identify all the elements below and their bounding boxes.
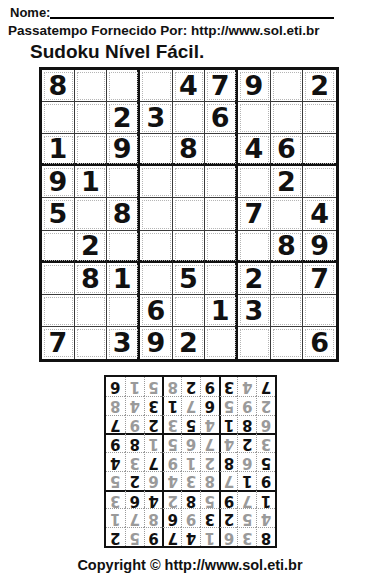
solution-cell-r1c5: 4 xyxy=(181,527,200,546)
solution-cell-r6c3: 4 xyxy=(219,433,238,452)
solution-cell-r1c6: 7 xyxy=(162,527,181,546)
puzzle-cell-r9c1[interactable]: 7 xyxy=(42,327,75,359)
solution-cell-r2c6: 6 xyxy=(162,508,181,527)
copyright-text: Copyright © http://www.sol.eti.br xyxy=(0,557,380,573)
puzzle-cell-r7c3[interactable]: 1 xyxy=(107,263,140,295)
puzzle-cell-r5c7[interactable]: 7 xyxy=(238,198,271,230)
puzzle-cell-r4c5[interactable] xyxy=(173,166,206,198)
name-label: Nome: xyxy=(10,5,50,20)
solution-cell-r2c3: 2 xyxy=(219,508,238,527)
puzzle-cell-r5c8[interactable] xyxy=(271,198,304,230)
puzzle-cell-r9c2[interactable] xyxy=(75,327,108,359)
puzzle-cell-r1c6[interactable]: 7 xyxy=(205,70,238,102)
puzzle-cell-r7c8[interactable] xyxy=(271,263,304,295)
solution-cell-r5c6: 9 xyxy=(162,452,181,471)
puzzle-cell-r1c4[interactable] xyxy=(140,70,173,102)
solution-cell-r7c1: 6 xyxy=(256,415,275,434)
solution-cell-r2c1: 4 xyxy=(256,508,275,527)
solution-cell-r7c2: 8 xyxy=(237,415,256,434)
puzzle-cell-r8c6[interactable]: 1 xyxy=(205,295,238,327)
puzzle-cell-r7c9[interactable]: 7 xyxy=(303,263,336,295)
puzzle-cell-r9c6[interactable] xyxy=(205,327,238,359)
solution-cell-r9c6: 8 xyxy=(162,377,181,396)
solution-cell-r2c8: 7 xyxy=(125,508,144,527)
puzzle-cell-r1c7[interactable]: 9 xyxy=(238,70,271,102)
solution-cell-r6c8: 8 xyxy=(125,433,144,452)
solution-cell-r8c1: 2 xyxy=(256,396,275,415)
puzzle-cell-r5c5[interactable] xyxy=(173,198,206,230)
provider-text: Passatempo Fornecido Por: http://www.sol… xyxy=(8,23,320,38)
solution-cell-r1c8: 5 xyxy=(125,527,144,546)
puzzle-cell-r3c5[interactable]: 8 xyxy=(173,134,206,166)
solution-cell-r5c8: 3 xyxy=(125,452,144,471)
solution-cell-r3c2: 7 xyxy=(237,490,256,509)
puzzle-cell-r4c9[interactable] xyxy=(303,166,336,198)
puzzle-cell-r6c8[interactable]: 8 xyxy=(271,231,304,263)
puzzle-cell-r4c1[interactable]: 9 xyxy=(42,166,75,198)
solution-cell-r7c8: 9 xyxy=(125,415,144,434)
solution-cell-r5c5: 1 xyxy=(181,452,200,471)
puzzle-cell-r4c8[interactable]: 2 xyxy=(271,166,304,198)
solution-cell-r2c9: 1 xyxy=(106,508,125,527)
puzzle-cell-r4c3[interactable] xyxy=(107,166,140,198)
solution-cell-r7c9: 7 xyxy=(106,415,125,434)
solution-cell-r6c2: 2 xyxy=(237,433,256,452)
solution-cell-r4c9: 5 xyxy=(106,471,125,490)
solution-cell-r4c3: 7 xyxy=(219,471,238,490)
puzzle-cell-r2c5[interactable] xyxy=(173,102,206,134)
solution-cell-r6c4: 7 xyxy=(200,433,219,452)
solution-cell-r1c2: 3 xyxy=(237,527,256,546)
solution-grid: 8361479524523968711795824639178346255682… xyxy=(104,375,277,548)
solution-cell-r2c4: 3 xyxy=(200,508,219,527)
name-row: Nome: xyxy=(10,3,334,20)
solution-cell-r8c2: 9 xyxy=(237,396,256,415)
puzzle-cell-r5c9[interactable]: 4 xyxy=(303,198,336,230)
solution-cell-r7c4: 4 xyxy=(200,415,219,434)
puzzle-cell-r2c7[interactable] xyxy=(238,102,271,134)
puzzle-cell-r1c2[interactable] xyxy=(75,70,108,102)
solution-cell-r4c2: 1 xyxy=(237,471,256,490)
solution-cell-r5c1: 5 xyxy=(256,452,275,471)
solution-cell-r4c4: 8 xyxy=(200,471,219,490)
puzzle-cell-r2c8[interactable] xyxy=(271,102,304,134)
puzzle-cell-r6c2[interactable]: 2 xyxy=(75,231,108,263)
solution-cell-r9c4: 9 xyxy=(200,377,219,396)
solution-cell-r7c5: 5 xyxy=(181,415,200,434)
solution-cell-r1c4: 1 xyxy=(200,527,219,546)
solution-cell-r8c3: 5 xyxy=(219,396,238,415)
puzzle-cell-r6c9[interactable]: 9 xyxy=(303,231,336,263)
puzzle-cell-r9c4[interactable]: 9 xyxy=(140,327,173,359)
solution-cell-r6c5: 6 xyxy=(181,433,200,452)
solution-cell-r4c6: 4 xyxy=(162,471,181,490)
puzzle-cell-r9c9[interactable]: 6 xyxy=(303,327,336,359)
page-title: Sudoku Nível Fácil. xyxy=(30,41,204,63)
solution-cell-r8c7: 3 xyxy=(144,396,163,415)
solution-cell-r9c8: 1 xyxy=(125,377,144,396)
solution-cell-r9c5: 2 xyxy=(181,377,200,396)
puzzle-cell-r9c7[interactable] xyxy=(238,327,271,359)
puzzle-cell-r5c1[interactable]: 5 xyxy=(42,198,75,230)
solution-cell-r3c6: 2 xyxy=(162,490,181,509)
puzzle-cell-r6c7[interactable] xyxy=(238,231,271,263)
solution-cell-r9c2: 4 xyxy=(237,377,256,396)
puzzle-cell-r8c3[interactable] xyxy=(107,295,140,327)
puzzle-cell-r1c5[interactable]: 4 xyxy=(173,70,206,102)
solution-cell-r3c5: 8 xyxy=(181,490,200,509)
solution-cell-r3c7: 4 xyxy=(144,490,163,509)
solution-cell-r1c1: 8 xyxy=(256,527,275,546)
puzzle-cell-r1c1[interactable]: 8 xyxy=(42,70,75,102)
solution-cell-r1c7: 9 xyxy=(144,527,163,546)
puzzle-cell-r8c8[interactable] xyxy=(271,295,304,327)
solution-cell-r8c4: 6 xyxy=(200,396,219,415)
solution-cell-r6c7: 1 xyxy=(144,433,163,452)
puzzle-cell-r3c8[interactable]: 6 xyxy=(271,134,304,166)
solution-cell-r5c3: 8 xyxy=(219,452,238,471)
puzzle-cell-r5c3[interactable]: 8 xyxy=(107,198,140,230)
puzzle-cell-r1c8[interactable] xyxy=(271,70,304,102)
sudoku-grid: 847922361984691258742898152761373926 xyxy=(39,67,339,362)
solution-cell-r7c6: 3 xyxy=(162,415,181,434)
solution-cell-r2c5: 9 xyxy=(181,508,200,527)
solution-cell-r3c4: 5 xyxy=(200,490,219,509)
puzzle-cell-r5c2[interactable] xyxy=(75,198,108,230)
solution-cell-r8c9: 8 xyxy=(106,396,125,415)
puzzle-cell-r1c9[interactable]: 2 xyxy=(303,70,336,102)
puzzle-cell-r7c5[interactable]: 5 xyxy=(173,263,206,295)
sudoku-worksheet: Nome: Passatempo Fornecido Por: http://w… xyxy=(0,0,380,585)
puzzle-cell-r6c5[interactable] xyxy=(173,231,206,263)
puzzle-cell-r5c4[interactable] xyxy=(140,198,173,230)
puzzle-cell-r6c4[interactable] xyxy=(140,231,173,263)
puzzle-cell-r4c6[interactable] xyxy=(205,166,238,198)
solution-cell-r4c5: 3 xyxy=(181,471,200,490)
solution-cell-r4c1: 9 xyxy=(256,471,275,490)
solution-cell-r1c9: 2 xyxy=(106,527,125,546)
solution-cell-r5c7: 7 xyxy=(144,452,163,471)
solution-cell-r9c7: 5 xyxy=(144,377,163,396)
puzzle-cell-r8c7[interactable]: 3 xyxy=(238,295,271,327)
solution-cell-r8c5: 7 xyxy=(181,396,200,415)
solution-cell-r6c1: 3 xyxy=(256,433,275,452)
puzzle-cell-r7c4[interactable] xyxy=(140,263,173,295)
puzzle-cell-r2c2[interactable] xyxy=(75,102,108,134)
puzzle-cell-r2c1[interactable] xyxy=(42,102,75,134)
solution-cell-r3c9: 3 xyxy=(106,490,125,509)
puzzle-cell-r6c6[interactable] xyxy=(205,231,238,263)
solution-cell-r5c4: 2 xyxy=(200,452,219,471)
puzzle-cell-r4c2[interactable]: 1 xyxy=(75,166,108,198)
puzzle-cell-r4c4[interactable] xyxy=(140,166,173,198)
puzzle-cell-r8c2[interactable] xyxy=(75,295,108,327)
puzzle-cell-r9c3[interactable]: 3 xyxy=(107,327,140,359)
puzzle-cell-r3c3[interactable]: 9 xyxy=(107,134,140,166)
solution-cell-r1c3: 6 xyxy=(219,527,238,546)
puzzle-cell-r3c1[interactable]: 1 xyxy=(42,134,75,166)
puzzle-cell-r5c6[interactable] xyxy=(205,198,238,230)
puzzle-cell-r8c4[interactable]: 6 xyxy=(140,295,173,327)
puzzle-cell-r7c7[interactable]: 2 xyxy=(238,263,271,295)
solution-cell-r2c7: 8 xyxy=(144,508,163,527)
puzzle-cell-r2c3[interactable]: 2 xyxy=(107,102,140,134)
puzzle-cell-r3c2[interactable] xyxy=(75,134,108,166)
puzzle-cell-r7c1[interactable] xyxy=(42,263,75,295)
solution-cell-r6c9: 9 xyxy=(106,433,125,452)
solution-cell-r9c1: 7 xyxy=(256,377,275,396)
solution-cell-r8c8: 4 xyxy=(125,396,144,415)
solution-cell-r9c3: 3 xyxy=(219,377,238,396)
solution-cell-r3c1: 1 xyxy=(256,490,275,509)
puzzle-cell-r8c9[interactable] xyxy=(303,295,336,327)
puzzle-cell-r3c4[interactable] xyxy=(140,134,173,166)
solution-cell-r3c8: 6 xyxy=(125,490,144,509)
puzzle-cell-r3c7[interactable]: 4 xyxy=(238,134,271,166)
solution-cell-r7c3: 1 xyxy=(219,415,238,434)
solution-cell-r9c9: 6 xyxy=(106,377,125,396)
puzzle-cell-r8c1[interactable] xyxy=(42,295,75,327)
puzzle-cell-r9c8[interactable] xyxy=(271,327,304,359)
solution-cell-r7c7: 2 xyxy=(144,415,163,434)
puzzle-cell-r6c1[interactable] xyxy=(42,231,75,263)
puzzle-cell-r4c7[interactable] xyxy=(238,166,271,198)
solution-cell-r6c6: 5 xyxy=(162,433,181,452)
puzzle-cell-r3c6[interactable] xyxy=(205,134,238,166)
solution-cell-r2c2: 5 xyxy=(237,508,256,527)
solution-cell-r3c3: 9 xyxy=(219,490,238,509)
puzzle-cell-r3c9[interactable] xyxy=(303,134,336,166)
puzzle-cell-r7c6[interactable] xyxy=(205,263,238,295)
puzzle-cell-r2c6[interactable]: 6 xyxy=(205,102,238,134)
solution-cell-r4c8: 2 xyxy=(125,471,144,490)
solution-cell-r5c2: 6 xyxy=(237,452,256,471)
puzzle-cell-r2c4[interactable]: 3 xyxy=(140,102,173,134)
solution-cell-r5c9: 4 xyxy=(106,452,125,471)
solution-cell-r8c6: 1 xyxy=(162,396,181,415)
puzzle-cell-r7c2[interactable]: 8 xyxy=(75,263,108,295)
puzzle-cell-r1c3[interactable] xyxy=(107,70,140,102)
puzzle-cell-r8c5[interactable] xyxy=(173,295,206,327)
puzzle-cell-r2c9[interactable] xyxy=(303,102,336,134)
solution-cell-r4c7: 6 xyxy=(144,471,163,490)
puzzle-cell-r9c5[interactable]: 2 xyxy=(173,327,206,359)
name-write-line xyxy=(50,3,334,19)
puzzle-cell-r6c3[interactable] xyxy=(107,231,140,263)
